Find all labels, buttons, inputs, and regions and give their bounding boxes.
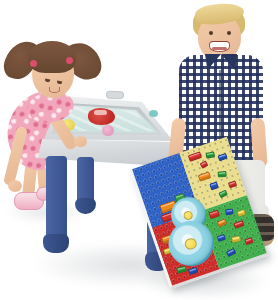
funnel-ball — [183, 237, 198, 252]
table-leg-front-left-foot — [43, 234, 69, 253]
toy-brick-blue — [225, 208, 234, 215]
boy-left-eye — [209, 31, 213, 35]
girl-hair-tie-right — [66, 57, 73, 64]
girl-left-hand — [8, 180, 22, 192]
toy-brick-green — [205, 151, 215, 159]
table-leg-front-left — [46, 156, 67, 242]
boy-smile — [209, 41, 230, 52]
girl-hair-tie-left — [30, 60, 37, 67]
table-handle-notch — [106, 91, 124, 100]
product-photo-scene — [0, 0, 278, 300]
toy-teal-float — [149, 110, 158, 117]
toy-boat — [88, 108, 115, 125]
girl-left-eye — [45, 79, 50, 83]
table-leg-back-left-foot — [75, 198, 96, 214]
funnel-ball — [182, 209, 194, 221]
table-leg-back-left — [77, 157, 94, 203]
girl-smile — [49, 87, 60, 93]
toy-brick-green — [217, 171, 227, 178]
girl-right-eye — [57, 81, 62, 85]
toy-pink-float — [102, 125, 114, 136]
boy-right-eye — [227, 31, 231, 35]
girl-right-hand — [74, 136, 87, 147]
